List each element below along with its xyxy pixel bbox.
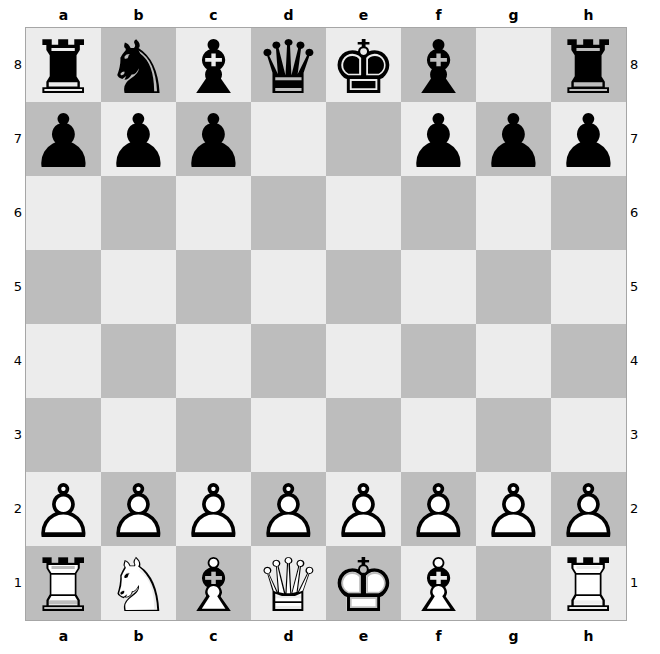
square-e7[interactable]	[326, 102, 401, 176]
square-a7[interactable]: ♟	[26, 102, 101, 176]
rank-label-left-7: 7	[0, 102, 22, 176]
white-piece-outline: ♙	[401, 472, 476, 546]
chess-board-ui: abcdefgh 87654321 ♜♞♝♛♚♝♜♟♟♟♟♟♟♟♙♟♙♟♙♟♙♟…	[0, 0, 660, 654]
square-a4[interactable]	[26, 324, 101, 398]
square-b6[interactable]	[101, 176, 176, 250]
square-f8[interactable]: ♝	[401, 28, 476, 102]
white-piece-outline: ♗	[401, 546, 476, 620]
square-h1[interactable]: ♜♖	[551, 546, 626, 620]
black-piece-glyph: ♟	[476, 102, 551, 176]
black-bishop-icon[interactable]: ♝	[176, 28, 251, 102]
white-piece-outline: ♙	[26, 472, 101, 546]
square-h2[interactable]: ♟♙	[551, 472, 626, 546]
square-d7[interactable]	[251, 102, 326, 176]
rank-label-left-2: 2	[0, 472, 22, 546]
white-piece-outline: ♙	[176, 472, 251, 546]
square-f7[interactable]: ♟	[401, 102, 476, 176]
square-e6[interactable]	[326, 176, 401, 250]
black-rook-icon[interactable]: ♜	[551, 28, 626, 102]
square-c1[interactable]: ♝♗	[176, 546, 251, 620]
square-e4[interactable]	[326, 324, 401, 398]
rank-label-right-5: 5	[630, 250, 658, 324]
square-a3[interactable]	[26, 398, 101, 472]
square-e2[interactable]: ♟♙	[326, 472, 401, 546]
black-piece-glyph: ♟	[551, 102, 626, 176]
white-rook-icon[interactable]: ♜♖	[26, 546, 101, 620]
file-label-b: b	[101, 625, 176, 647]
black-piece-glyph: ♟	[401, 102, 476, 176]
black-pawn-icon[interactable]: ♟	[476, 102, 551, 176]
black-rook-icon[interactable]: ♜	[26, 28, 101, 102]
file-label-g: g	[476, 625, 551, 647]
white-knight-icon[interactable]: ♞♘	[101, 546, 176, 620]
square-b8[interactable]: ♞	[101, 28, 176, 102]
black-pawn-icon[interactable]: ♟	[101, 102, 176, 176]
white-pawn-icon[interactable]: ♟♙	[401, 472, 476, 546]
file-label-a: a	[26, 625, 101, 647]
square-a8[interactable]: ♜	[26, 28, 101, 102]
square-b1[interactable]: ♞♘	[101, 546, 176, 620]
rank-label-right-8: 8	[630, 28, 658, 102]
black-piece-glyph: ♟	[26, 102, 101, 176]
white-piece-outline: ♖	[26, 546, 101, 620]
square-e1[interactable]: ♚♔	[326, 546, 401, 620]
file-label-f: f	[401, 625, 476, 647]
square-c2[interactable]: ♟♙	[176, 472, 251, 546]
square-c3[interactable]	[176, 398, 251, 472]
square-d5[interactable]	[251, 250, 326, 324]
square-a1[interactable]: ♜♖	[26, 546, 101, 620]
square-g3[interactable]	[476, 398, 551, 472]
square-g4[interactable]	[476, 324, 551, 398]
square-d8[interactable]: ♛	[251, 28, 326, 102]
rank-label-left-8: 8	[0, 28, 22, 102]
rank-label-left-4: 4	[0, 324, 22, 398]
white-bishop-icon[interactable]: ♝♗	[176, 546, 251, 620]
square-f5[interactable]	[401, 250, 476, 324]
square-g5[interactable]	[476, 250, 551, 324]
square-h8[interactable]: ♜	[551, 28, 626, 102]
white-pawn-icon[interactable]: ♟♙	[251, 472, 326, 546]
square-d4[interactable]	[251, 324, 326, 398]
file-label-a: a	[26, 4, 101, 26]
square-g1[interactable]	[476, 546, 551, 620]
white-pawn-icon[interactable]: ♟♙	[326, 472, 401, 546]
black-queen-icon[interactable]: ♛	[251, 28, 326, 102]
square-e3[interactable]	[326, 398, 401, 472]
white-pawn-icon[interactable]: ♟♙	[551, 472, 626, 546]
square-g8[interactable]	[476, 28, 551, 102]
rank-label-right-2: 2	[630, 472, 658, 546]
black-piece-glyph: ♜	[551, 28, 626, 102]
black-pawn-icon[interactable]: ♟	[26, 102, 101, 176]
white-piece-outline: ♔	[326, 546, 401, 620]
rank-label-right-6: 6	[630, 176, 658, 250]
square-b2[interactable]: ♟♙	[101, 472, 176, 546]
square-a5[interactable]	[26, 250, 101, 324]
rank-label-left-6: 6	[0, 176, 22, 250]
file-label-e: e	[326, 4, 401, 26]
square-h6[interactable]	[551, 176, 626, 250]
square-f2[interactable]: ♟♙	[401, 472, 476, 546]
square-g6[interactable]	[476, 176, 551, 250]
black-king-icon[interactable]: ♚	[326, 28, 401, 102]
rank-label-right-4: 4	[630, 324, 658, 398]
square-d3[interactable]	[251, 398, 326, 472]
square-h4[interactable]	[551, 324, 626, 398]
square-d2[interactable]: ♟♙	[251, 472, 326, 546]
square-f4[interactable]	[401, 324, 476, 398]
white-pawn-icon[interactable]: ♟♙	[476, 472, 551, 546]
file-label-h: h	[551, 625, 626, 647]
rank-label-right-1: 1	[630, 546, 658, 620]
white-piece-outline: ♙	[101, 472, 176, 546]
square-a6[interactable]	[26, 176, 101, 250]
square-c5[interactable]	[176, 250, 251, 324]
white-bishop-icon[interactable]: ♝♗	[401, 546, 476, 620]
square-b7[interactable]: ♟	[101, 102, 176, 176]
rank-label-left-5: 5	[0, 250, 22, 324]
square-g2[interactable]: ♟♙	[476, 472, 551, 546]
white-rook-icon[interactable]: ♜♖	[551, 546, 626, 620]
white-queen-icon[interactable]: ♛♕	[251, 546, 326, 620]
white-piece-outline: ♘	[101, 546, 176, 620]
white-piece-outline: ♙	[551, 472, 626, 546]
square-d6[interactable]	[251, 176, 326, 250]
square-b4[interactable]	[101, 324, 176, 398]
white-king-icon[interactable]: ♚♔	[326, 546, 401, 620]
file-label-e: e	[326, 625, 401, 647]
black-piece-glyph: ♜	[26, 28, 101, 102]
black-bishop-icon[interactable]: ♝	[401, 28, 476, 102]
square-d1[interactable]: ♛♕	[251, 546, 326, 620]
rank-label-left-3: 3	[0, 398, 22, 472]
black-pawn-icon[interactable]: ♟	[176, 102, 251, 176]
rank-label-right-3: 3	[630, 398, 658, 472]
square-g7[interactable]: ♟	[476, 102, 551, 176]
board: ♜♞♝♛♚♝♜♟♟♟♟♟♟♟♙♟♙♟♙♟♙♟♙♟♙♟♙♟♙♜♖♞♘♝♗♛♕♚♔♝…	[25, 27, 627, 621]
black-piece-glyph: ♚	[326, 28, 401, 102]
square-c4[interactable]	[176, 324, 251, 398]
square-f6[interactable]	[401, 176, 476, 250]
square-e5[interactable]	[326, 250, 401, 324]
white-pawn-icon[interactable]: ♟♙	[176, 472, 251, 546]
file-label-f: f	[401, 4, 476, 26]
black-piece-glyph: ♛	[251, 28, 326, 102]
square-c6[interactable]	[176, 176, 251, 250]
black-piece-glyph: ♟	[176, 102, 251, 176]
square-c8[interactable]: ♝	[176, 28, 251, 102]
white-piece-outline: ♙	[326, 472, 401, 546]
square-b5[interactable]	[101, 250, 176, 324]
black-piece-glyph: ♝	[176, 28, 251, 102]
white-pawn-icon[interactable]: ♟♙	[101, 472, 176, 546]
square-f3[interactable]	[401, 398, 476, 472]
file-label-h: h	[551, 4, 626, 26]
file-label-g: g	[476, 4, 551, 26]
black-pawn-icon[interactable]: ♟	[551, 102, 626, 176]
file-label-c: c	[176, 625, 251, 647]
white-piece-outline: ♗	[176, 546, 251, 620]
white-piece-outline: ♖	[551, 546, 626, 620]
square-h7[interactable]: ♟	[551, 102, 626, 176]
white-pawn-icon[interactable]: ♟♙	[26, 472, 101, 546]
white-piece-outline: ♕	[251, 546, 326, 620]
file-label-d: d	[251, 625, 326, 647]
square-f1[interactable]: ♝♗	[401, 546, 476, 620]
white-piece-outline: ♙	[476, 472, 551, 546]
white-piece-outline: ♙	[251, 472, 326, 546]
file-label-d: d	[251, 4, 326, 26]
square-b3[interactable]	[101, 398, 176, 472]
square-e8[interactable]: ♚	[326, 28, 401, 102]
rank-label-right-7: 7	[630, 102, 658, 176]
square-a2[interactable]: ♟♙	[26, 472, 101, 546]
square-h3[interactable]	[551, 398, 626, 472]
file-label-b: b	[101, 4, 176, 26]
black-knight-icon[interactable]: ♞	[101, 28, 176, 102]
black-piece-glyph: ♟	[101, 102, 176, 176]
rank-label-left-1: 1	[0, 546, 22, 620]
file-label-c: c	[176, 4, 251, 26]
black-piece-glyph: ♞	[101, 28, 176, 102]
square-h5[interactable]	[551, 250, 626, 324]
black-piece-glyph: ♝	[401, 28, 476, 102]
square-c7[interactable]: ♟	[176, 102, 251, 176]
black-pawn-icon[interactable]: ♟	[401, 102, 476, 176]
